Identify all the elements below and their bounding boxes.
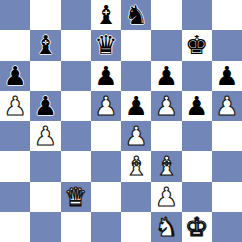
square-f7[interactable] [151,30,181,60]
square-d4[interactable] [91,121,121,151]
square-e4[interactable]: ♟ [121,121,151,151]
square-a8[interactable] [0,0,30,30]
square-g8[interactable] [182,0,212,30]
square-g5[interactable]: ♟ [182,91,212,121]
square-b8[interactable] [30,0,60,30]
square-c4[interactable] [61,121,91,151]
square-e1[interactable] [121,212,151,242]
square-h7[interactable] [212,30,242,60]
square-f3[interactable]: ♝ [151,151,181,181]
piece-black-queen-icon[interactable]: ♛ [94,32,117,58]
square-g1[interactable]: ♚ [182,212,212,242]
square-d7[interactable]: ♛ [91,30,121,60]
piece-white-pawn-icon[interactable]: ♟ [3,93,26,119]
square-b2[interactable] [30,182,60,212]
piece-black-pawn-icon[interactable]: ♟ [124,93,147,119]
square-b4[interactable]: ♟ [30,121,60,151]
square-a1[interactable] [0,212,30,242]
square-f5[interactable]: ♟ [151,91,181,121]
square-b3[interactable] [30,151,60,181]
square-d2[interactable] [91,182,121,212]
square-h2[interactable] [212,182,242,212]
piece-white-pawn-icon[interactable]: ♟ [155,184,178,210]
piece-white-pawn-icon[interactable]: ♟ [94,93,117,119]
square-g4[interactable] [182,121,212,151]
square-e2[interactable] [121,182,151,212]
piece-black-bishop-icon[interactable]: ♝ [94,2,117,28]
square-b5[interactable]: ♟ [30,91,60,121]
piece-white-king-icon[interactable]: ♚ [185,214,208,240]
square-b7[interactable]: ♝ [30,30,60,60]
square-a2[interactable] [0,182,30,212]
square-c2[interactable]: ♛ [61,182,91,212]
piece-black-pawn-icon[interactable]: ♟ [34,93,57,119]
piece-black-pawn-icon[interactable]: ♟ [94,63,117,89]
square-e5[interactable]: ♟ [121,91,151,121]
square-c1[interactable] [61,212,91,242]
piece-white-pawn-icon[interactable]: ♟ [124,123,147,149]
square-h8[interactable] [212,0,242,30]
square-e7[interactable] [121,30,151,60]
piece-black-pawn-icon[interactable]: ♟ [3,63,26,89]
square-h5[interactable]: ♟ [212,91,242,121]
piece-white-bishop-icon[interactable]: ♝ [124,153,147,179]
square-a7[interactable] [0,30,30,60]
piece-black-knight-icon[interactable]: ♞ [124,2,147,28]
piece-black-bishop-icon[interactable]: ♝ [34,32,57,58]
piece-white-pawn-icon[interactable]: ♟ [155,93,178,119]
square-h1[interactable] [212,212,242,242]
square-g2[interactable] [182,182,212,212]
piece-black-pawn-icon[interactable]: ♟ [155,63,178,89]
square-f8[interactable] [151,0,181,30]
piece-black-king-icon[interactable]: ♚ [185,32,208,58]
chess-board: ♝♞♝♛♚♟♟♟♟♟♟♟♟♟♟♟♟♟♝♝♛♟♞♚ [0,0,242,242]
square-g6[interactable] [182,61,212,91]
square-e6[interactable] [121,61,151,91]
square-f2[interactable]: ♟ [151,182,181,212]
piece-white-pawn-icon[interactable]: ♟ [215,93,238,119]
square-c3[interactable] [61,151,91,181]
square-c7[interactable] [61,30,91,60]
square-g7[interactable]: ♚ [182,30,212,60]
square-h3[interactable] [212,151,242,181]
square-c6[interactable] [61,61,91,91]
square-a6[interactable]: ♟ [0,61,30,91]
piece-black-pawn-icon[interactable]: ♟ [215,63,238,89]
square-d1[interactable] [91,212,121,242]
square-a5[interactable]: ♟ [0,91,30,121]
square-h4[interactable] [212,121,242,151]
square-f1[interactable]: ♞ [151,212,181,242]
square-f6[interactable]: ♟ [151,61,181,91]
piece-white-queen-icon[interactable]: ♛ [64,184,87,210]
square-h6[interactable]: ♟ [212,61,242,91]
square-d5[interactable]: ♟ [91,91,121,121]
square-b1[interactable] [30,212,60,242]
square-c8[interactable] [61,0,91,30]
piece-black-pawn-icon[interactable]: ♟ [185,93,208,119]
square-d8[interactable]: ♝ [91,0,121,30]
square-e8[interactable]: ♞ [121,0,151,30]
square-c5[interactable] [61,91,91,121]
square-a3[interactable] [0,151,30,181]
square-f4[interactable] [151,121,181,151]
square-d6[interactable]: ♟ [91,61,121,91]
piece-white-pawn-icon[interactable]: ♟ [34,123,57,149]
square-e3[interactable]: ♝ [121,151,151,181]
piece-white-bishop-icon[interactable]: ♝ [155,153,178,179]
square-a4[interactable] [0,121,30,151]
square-b6[interactable] [30,61,60,91]
piece-white-knight-icon[interactable]: ♞ [155,214,178,240]
square-g3[interactable] [182,151,212,181]
square-d3[interactable] [91,151,121,181]
